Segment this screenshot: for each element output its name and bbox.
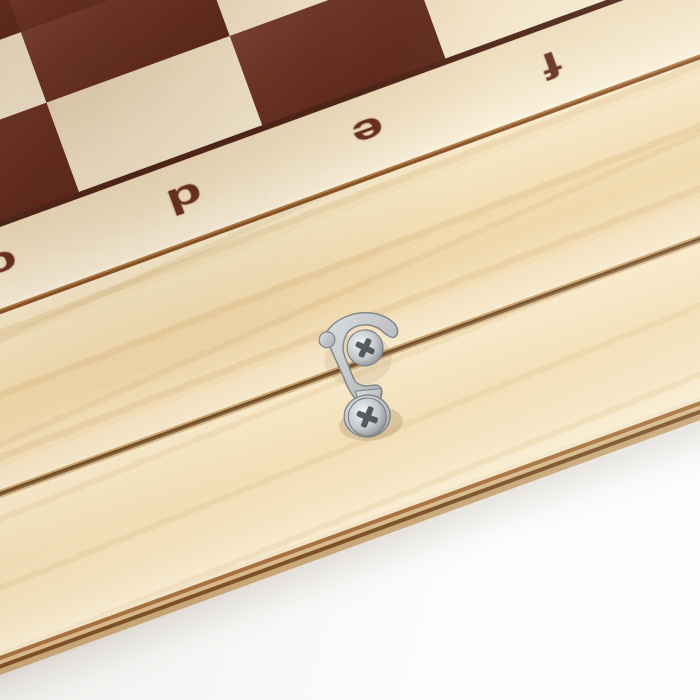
latch xyxy=(303,297,447,455)
photo-background: cdefg xyxy=(0,0,700,700)
